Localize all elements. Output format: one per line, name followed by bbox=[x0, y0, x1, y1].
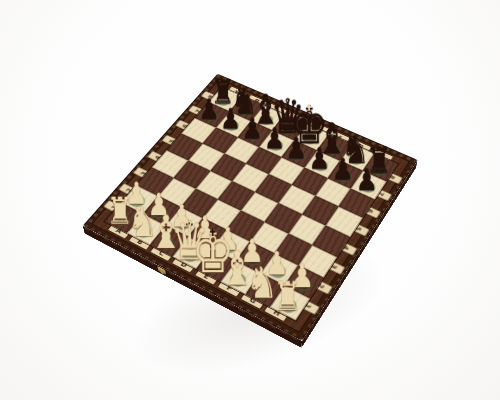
queen-crown-finial-icon bbox=[188, 222, 190, 224]
queen-crown-finial-icon bbox=[287, 100, 289, 102]
product-photo-scene: ABCDEFGH ABCDEFGH 87654321 87654321 ♜♞♝♛… bbox=[0, 0, 500, 400]
king-cross-finial-icon bbox=[212, 229, 214, 236]
king-cross-finial-icon bbox=[309, 104, 311, 111]
